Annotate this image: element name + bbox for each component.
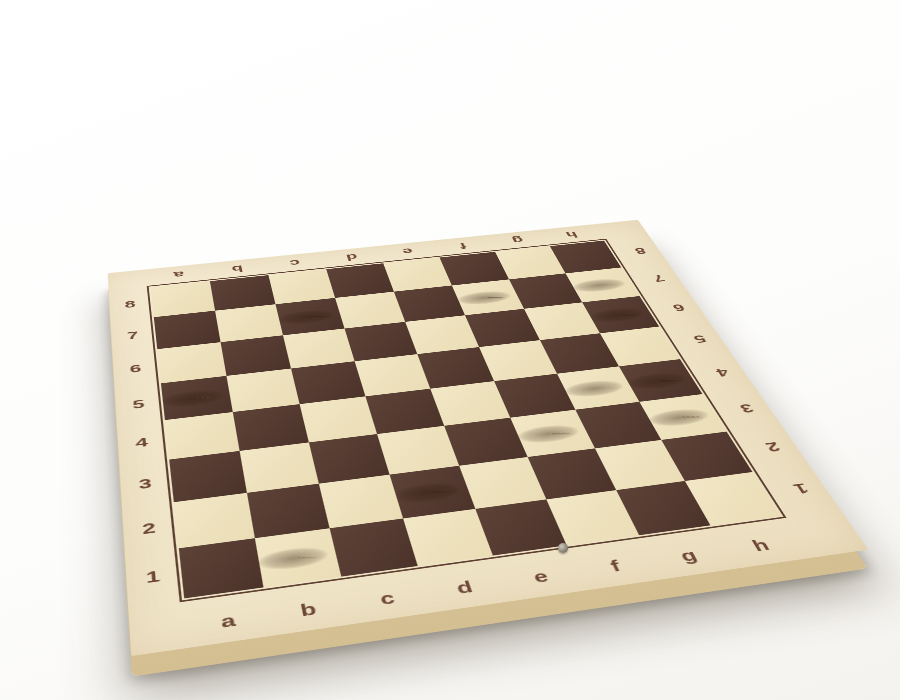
square-h1[interactable] — [685, 472, 781, 525]
square-h2[interactable] — [661, 432, 752, 481]
pawn-icon: ♟ — [529, 389, 576, 441]
hinge-screw — [558, 543, 568, 553]
photo-background: abcdefgh abcdefgh 87654321 87654321 ♞♟♚♟… — [0, 0, 900, 700]
square-g3[interactable] — [575, 402, 661, 449]
rank-label-1: 1 — [765, 464, 839, 513]
square-e3[interactable] — [444, 418, 527, 466]
square-e2[interactable] — [459, 457, 546, 509]
square-a1[interactable] — [179, 538, 264, 598]
square-c2[interactable] — [319, 475, 403, 529]
board-surface: abcdefgh abcdefgh 87654321 87654321 ♞♟♚♟… — [108, 220, 869, 656]
square-h3[interactable] — [639, 394, 726, 440]
square-d3[interactable] — [377, 426, 459, 475]
square-g1[interactable] — [616, 481, 710, 535]
square-d2[interactable] — [390, 466, 476, 519]
square-b2[interactable] — [247, 484, 330, 539]
piece-shadow — [256, 544, 329, 573]
square-c1[interactable] — [330, 518, 418, 576]
bishop-icon: ♝ — [264, 492, 331, 566]
rank-label-3: 3 — [119, 460, 171, 509]
piece-shadow — [515, 423, 583, 446]
piece-shadow — [645, 407, 712, 429]
king-icon: ♚ — [563, 318, 633, 396]
king-icon: ♚ — [571, 222, 633, 292]
square-a3[interactable] — [169, 451, 247, 502]
square-b3[interactable] — [240, 442, 319, 492]
square-f1[interactable] — [546, 490, 639, 545]
pieces-layer: ♞♟♚♟♜♚♟♟♟♜♝ — [108, 220, 869, 656]
rank-label-2: 2 — [122, 502, 176, 555]
square-b1[interactable] — [255, 528, 341, 587]
rank-label-3: 3 — [714, 388, 781, 430]
square-f2[interactable] — [528, 448, 617, 499]
square-a4[interactable] — [165, 412, 240, 460]
square-d4[interactable] — [365, 389, 444, 434]
knight-icon: ♞ — [284, 266, 335, 323]
square-g2[interactable] — [595, 440, 685, 490]
rank-label-1: 1 — [125, 549, 182, 607]
square-b4[interactable] — [233, 404, 309, 451]
square-c3[interactable] — [309, 434, 390, 484]
piece-shadow — [393, 480, 463, 506]
rook-icon: ♜ — [170, 347, 222, 405]
rank-label-2: 2 — [738, 425, 809, 471]
square-e1[interactable] — [475, 499, 566, 555]
chess-board: abcdefgh abcdefgh 87654321 87654321 ♞♟♚♟… — [108, 220, 869, 656]
square-d1[interactable] — [403, 509, 493, 566]
square-c4[interactable] — [300, 396, 377, 442]
square-a2[interactable] — [174, 493, 255, 548]
square-f3[interactable] — [510, 410, 595, 457]
rank-label-4: 4 — [117, 420, 167, 465]
rook-icon: ♜ — [403, 437, 460, 501]
